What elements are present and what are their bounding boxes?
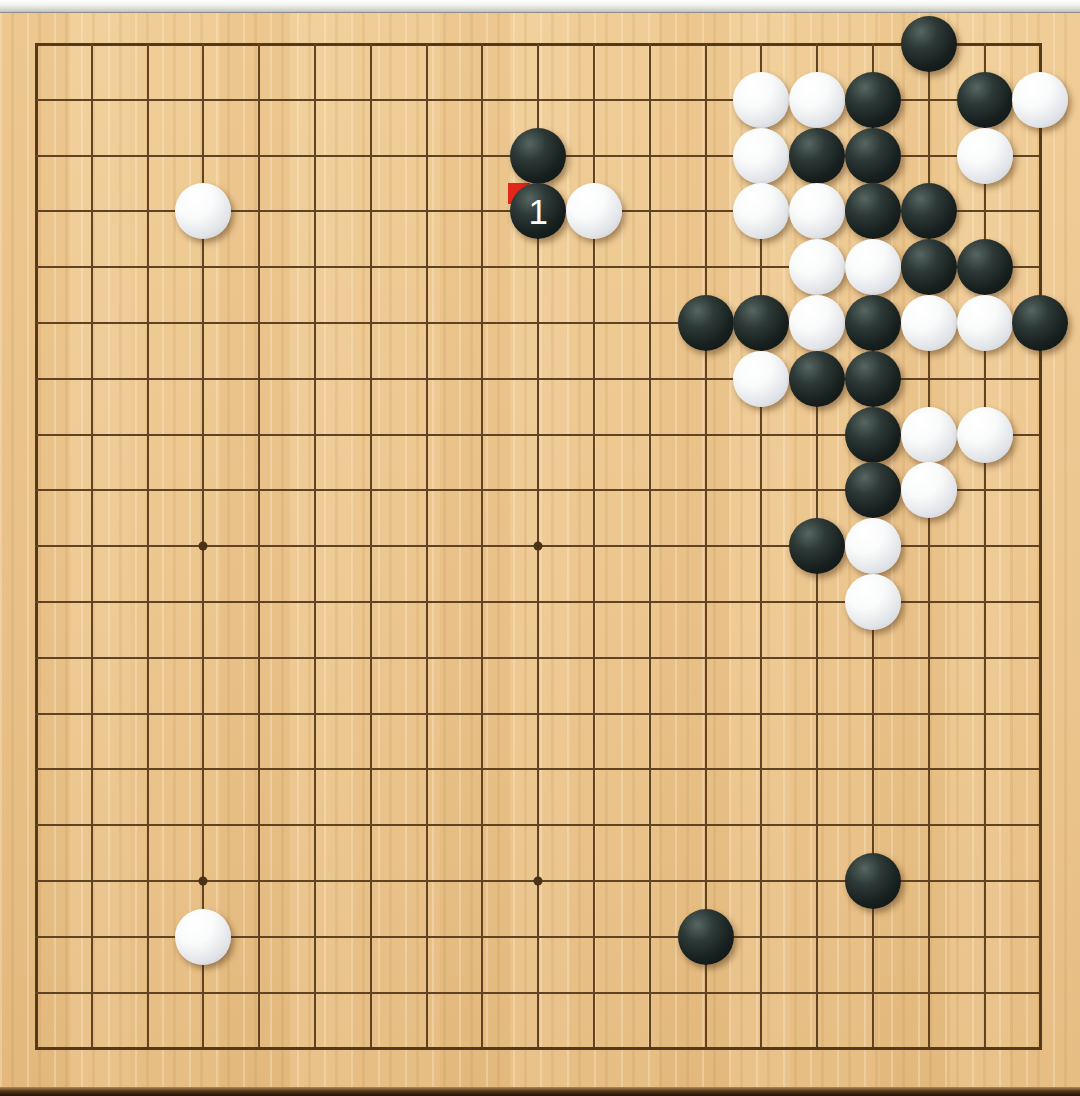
grid-line-vertical xyxy=(649,43,651,1050)
black-stone: 1 xyxy=(510,183,566,239)
black-stone xyxy=(845,407,901,463)
black-stone xyxy=(789,518,845,574)
white-stone xyxy=(845,239,901,295)
stone-disc xyxy=(957,72,1013,128)
stone-disc xyxy=(901,295,957,351)
black-stone xyxy=(901,16,957,72)
stone-disc xyxy=(845,183,901,239)
stone-disc xyxy=(901,183,957,239)
stone-disc xyxy=(789,183,845,239)
stone-disc xyxy=(845,462,901,518)
white-stone xyxy=(566,183,622,239)
white-stone xyxy=(901,295,957,351)
star-point xyxy=(534,877,543,886)
black-stone xyxy=(678,909,734,965)
star-point xyxy=(199,877,208,886)
stone-disc xyxy=(678,295,734,351)
stone-disc xyxy=(789,351,845,407)
go-board[interactable]: 1 xyxy=(0,13,1080,1096)
stone-disc xyxy=(957,128,1013,184)
stone-disc xyxy=(733,183,789,239)
black-stone xyxy=(901,183,957,239)
stone-disc xyxy=(789,128,845,184)
stone-disc xyxy=(845,407,901,463)
black-stone xyxy=(678,295,734,351)
white-stone xyxy=(957,295,1013,351)
grid-line-vertical xyxy=(1039,43,1042,1050)
stone-disc xyxy=(845,295,901,351)
stone-disc xyxy=(175,183,231,239)
white-stone xyxy=(789,72,845,128)
stone-disc xyxy=(957,295,1013,351)
stone-disc xyxy=(901,462,957,518)
white-stone xyxy=(733,128,789,184)
grid-line-horizontal xyxy=(35,657,1042,659)
stone-disc xyxy=(733,128,789,184)
black-stone xyxy=(789,351,845,407)
stone-disc xyxy=(510,128,566,184)
stone-disc xyxy=(1012,72,1068,128)
white-stone xyxy=(845,518,901,574)
grid-line-horizontal xyxy=(35,824,1042,826)
white-stone xyxy=(175,183,231,239)
board-bottom-edge xyxy=(0,1087,1080,1096)
white-stone xyxy=(733,351,789,407)
white-stone xyxy=(845,574,901,630)
stone-disc xyxy=(845,574,901,630)
grid-line-horizontal xyxy=(35,1047,1042,1050)
white-stone xyxy=(789,295,845,351)
stone-disc xyxy=(901,239,957,295)
stone-disc xyxy=(845,518,901,574)
white-stone xyxy=(789,183,845,239)
stone-disc xyxy=(957,239,1013,295)
white-stone xyxy=(733,183,789,239)
stone-disc xyxy=(845,239,901,295)
grid-line-vertical xyxy=(984,43,986,1050)
star-point xyxy=(199,542,208,551)
stone-disc xyxy=(789,72,845,128)
stone-disc xyxy=(733,295,789,351)
white-stone xyxy=(957,407,1013,463)
stone-disc xyxy=(566,183,622,239)
white-stone xyxy=(901,462,957,518)
black-stone xyxy=(901,239,957,295)
stone-disc xyxy=(733,351,789,407)
black-stone xyxy=(845,295,901,351)
stone-disc xyxy=(733,72,789,128)
white-stone xyxy=(789,239,845,295)
white-stone xyxy=(1012,72,1068,128)
stone-disc xyxy=(1012,295,1068,351)
grid-line-horizontal xyxy=(35,992,1042,994)
stone-disc xyxy=(845,853,901,909)
black-stone xyxy=(845,128,901,184)
white-stone xyxy=(957,128,1013,184)
white-stone xyxy=(175,909,231,965)
stone-disc xyxy=(789,518,845,574)
move-number-label: 1 xyxy=(510,183,566,239)
black-stone xyxy=(957,72,1013,128)
stone-disc xyxy=(957,407,1013,463)
black-stone xyxy=(845,351,901,407)
black-stone xyxy=(510,128,566,184)
stone-disc xyxy=(789,239,845,295)
black-stone xyxy=(845,183,901,239)
black-stone xyxy=(1012,295,1068,351)
stone-disc xyxy=(901,16,957,72)
star-point xyxy=(534,542,543,551)
board-grid: 1 xyxy=(36,44,1040,1048)
stone-disc xyxy=(789,295,845,351)
black-stone xyxy=(845,462,901,518)
stone-disc xyxy=(678,909,734,965)
black-stone xyxy=(845,853,901,909)
grid-line-horizontal xyxy=(35,713,1042,715)
grid-line-vertical xyxy=(705,43,707,1050)
stone-disc xyxy=(845,72,901,128)
black-stone xyxy=(789,128,845,184)
stone-disc xyxy=(845,128,901,184)
black-stone xyxy=(845,72,901,128)
black-stone xyxy=(957,239,1013,295)
stone-disc xyxy=(175,909,231,965)
stone-disc xyxy=(901,407,957,463)
stone-disc xyxy=(845,351,901,407)
window-top-strip xyxy=(0,0,1080,13)
white-stone xyxy=(733,72,789,128)
grid-line-horizontal xyxy=(35,768,1042,770)
black-stone xyxy=(733,295,789,351)
white-stone xyxy=(901,407,957,463)
